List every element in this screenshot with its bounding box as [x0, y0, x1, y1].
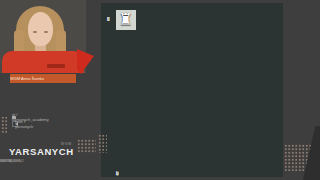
chess-board: ♜♛♜♚♟♞♟♟♟♟♟♞♟♟♟♟♟♞♟♟♟♝♛♚♜♜ [116, 10, 276, 170]
dot-grid-decoration [1, 116, 7, 133]
dot-grid-decoration [77, 139, 96, 153]
streamer-eye [44, 31, 48, 33]
social-line: t.me / yarsanych [12, 121, 18, 127]
social-handle: t.me / yarsanych [15, 119, 33, 129]
dot-grid-decoration [98, 134, 107, 153]
streamer-name-label: WGM Anna Šamko [10, 74, 44, 83]
streamer-caption: WGM Anna Šamko [10, 74, 76, 83]
webcam-panel [0, 0, 86, 73]
streamer-shirt [2, 51, 84, 73]
file-labels: abcdefgh [116, 170, 276, 177]
file-label: h [116, 170, 119, 177]
white-rook: ♜ [116, 10, 136, 30]
square-h1: ♜ [116, 10, 136, 30]
stream-frame: WGM Anna Šamko 87654321 abcdefgh ♜♛♜♚♟♞♟… [0, 0, 320, 180]
shirt-logo [47, 64, 65, 68]
chess-board-frame: 87654321 abcdefgh ♜♛♜♚♟♞♟♟♟♟♟♞♟♟♟♟♟♞♟♟♟♝… [101, 3, 283, 177]
streamer-face [28, 12, 53, 46]
channel-subtitle-line: ШАХОВІ ЛЕКЦІЇ [0, 159, 24, 163]
rank-label: 1 [101, 10, 110, 30]
streamer-eye [33, 31, 37, 33]
channel-name: YARSANYCH [9, 146, 74, 157]
